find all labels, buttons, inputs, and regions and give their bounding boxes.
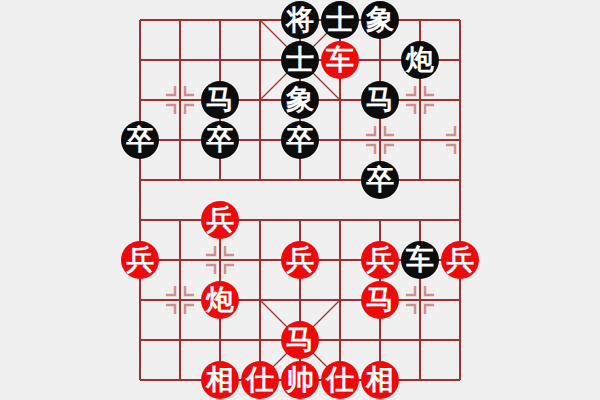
piece-red-general[interactable]: 帅 <box>281 361 319 399</box>
piece-black-pawn[interactable]: 卒 <box>361 161 399 199</box>
piece-red-chariot[interactable]: 车 <box>321 41 359 79</box>
piece-red-cannon[interactable]: 炮 <box>201 281 239 319</box>
piece-red-advisor[interactable]: 仕 <box>321 361 359 399</box>
piece-black-horse[interactable]: 马 <box>201 81 239 119</box>
piece-red-horse[interactable]: 马 <box>361 281 399 319</box>
piece-black-pawn[interactable]: 卒 <box>201 121 239 159</box>
piece-red-pawn[interactable]: 兵 <box>121 241 159 279</box>
piece-black-horse[interactable]: 马 <box>361 81 399 119</box>
piece-black-pawn[interactable]: 卒 <box>281 121 319 159</box>
xiangqi-app: 将士象士车炮马象马卒卒卒卒兵兵兵兵车兵炮马马相仕帅仕相 <box>0 0 600 400</box>
piece-red-elephant[interactable]: 相 <box>201 361 239 399</box>
piece-red-advisor[interactable]: 仕 <box>241 361 279 399</box>
piece-layer: 将士象士车炮马象马卒卒卒卒兵兵兵兵车兵炮马马相仕帅仕相 <box>0 0 600 400</box>
piece-black-pawn[interactable]: 卒 <box>121 121 159 159</box>
piece-black-chariot[interactable]: 车 <box>401 241 439 279</box>
piece-red-pawn[interactable]: 兵 <box>281 241 319 279</box>
piece-black-advisor[interactable]: 士 <box>281 41 319 79</box>
piece-red-elephant[interactable]: 相 <box>361 361 399 399</box>
piece-black-advisor[interactable]: 士 <box>321 1 359 39</box>
piece-black-elephant[interactable]: 象 <box>361 1 399 39</box>
piece-red-horse[interactable]: 马 <box>281 321 319 359</box>
piece-black-cannon[interactable]: 炮 <box>401 41 439 79</box>
piece-red-pawn[interactable]: 兵 <box>201 201 239 239</box>
piece-black-general[interactable]: 将 <box>281 1 319 39</box>
piece-black-elephant[interactable]: 象 <box>281 81 319 119</box>
piece-red-pawn[interactable]: 兵 <box>441 241 479 279</box>
piece-red-pawn[interactable]: 兵 <box>361 241 399 279</box>
